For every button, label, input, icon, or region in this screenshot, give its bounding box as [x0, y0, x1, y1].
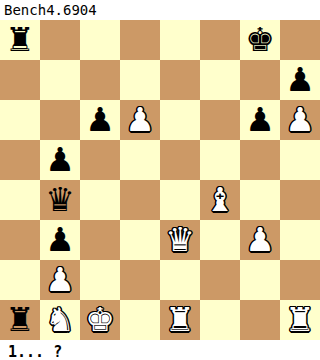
square-a7[interactable]	[0, 60, 40, 100]
piece-black-pawn: ♟	[45, 220, 75, 260]
square-c8[interactable]	[80, 20, 120, 60]
piece-white-bishop: ♝	[205, 180, 235, 220]
square-f3[interactable]	[200, 220, 240, 260]
square-a2[interactable]	[0, 260, 40, 300]
square-e3[interactable]: ♛	[160, 220, 200, 260]
square-h7[interactable]: ♟	[280, 60, 320, 100]
square-b2[interactable]: ♟	[40, 260, 80, 300]
square-c7[interactable]	[80, 60, 120, 100]
square-b5[interactable]: ♟	[40, 140, 80, 180]
square-a6[interactable]	[0, 100, 40, 140]
piece-black-rook: ♜	[5, 300, 35, 340]
square-g7[interactable]	[240, 60, 280, 100]
square-a8[interactable]: ♜	[0, 20, 40, 60]
square-g8[interactable]: ♚	[240, 20, 280, 60]
square-a1[interactable]: ♜	[0, 300, 40, 340]
square-e4[interactable]	[160, 180, 200, 220]
square-d8[interactable]	[120, 20, 160, 60]
piece-white-rook: ♜	[285, 300, 315, 340]
square-c6[interactable]: ♟	[80, 100, 120, 140]
square-e5[interactable]	[160, 140, 200, 180]
piece-black-pawn: ♟	[45, 140, 75, 180]
piece-white-king: ♚	[85, 300, 115, 340]
square-g1[interactable]	[240, 300, 280, 340]
square-f1[interactable]	[200, 300, 240, 340]
square-g2[interactable]	[240, 260, 280, 300]
piece-black-queen: ♛	[45, 180, 75, 220]
move-prompt: 1... ?	[0, 340, 320, 360]
square-e7[interactable]	[160, 60, 200, 100]
square-b8[interactable]	[40, 20, 80, 60]
square-g4[interactable]	[240, 180, 280, 220]
square-f2[interactable]	[200, 260, 240, 300]
square-g3[interactable]: ♟	[240, 220, 280, 260]
square-b7[interactable]	[40, 60, 80, 100]
square-h5[interactable]	[280, 140, 320, 180]
square-d5[interactable]	[120, 140, 160, 180]
square-g6[interactable]: ♟	[240, 100, 280, 140]
square-f6[interactable]	[200, 100, 240, 140]
piece-black-pawn: ♟	[245, 100, 275, 140]
piece-white-pawn: ♟	[45, 260, 75, 300]
square-f7[interactable]	[200, 60, 240, 100]
square-f8[interactable]	[200, 20, 240, 60]
square-e8[interactable]	[160, 20, 200, 60]
square-d7[interactable]	[120, 60, 160, 100]
square-f5[interactable]	[200, 140, 240, 180]
piece-white-pawn: ♟	[285, 100, 315, 140]
square-f4[interactable]: ♝	[200, 180, 240, 220]
piece-black-king: ♚	[245, 20, 275, 60]
piece-white-queen: ♛	[165, 220, 195, 260]
square-h2[interactable]	[280, 260, 320, 300]
square-b6[interactable]	[40, 100, 80, 140]
square-d1[interactable]	[120, 300, 160, 340]
square-d6[interactable]: ♟	[120, 100, 160, 140]
square-h8[interactable]	[280, 20, 320, 60]
square-a3[interactable]	[0, 220, 40, 260]
square-c1[interactable]: ♚	[80, 300, 120, 340]
square-b4[interactable]: ♛	[40, 180, 80, 220]
piece-white-rook: ♜	[165, 300, 195, 340]
square-b1[interactable]: ♞	[40, 300, 80, 340]
piece-black-rook: ♜	[5, 20, 35, 60]
piece-white-pawn: ♟	[125, 100, 155, 140]
square-h6[interactable]: ♟	[280, 100, 320, 140]
position-title: Bench4.6904	[0, 0, 320, 20]
square-a5[interactable]	[0, 140, 40, 180]
square-c4[interactable]	[80, 180, 120, 220]
square-a4[interactable]	[0, 180, 40, 220]
square-e1[interactable]: ♜	[160, 300, 200, 340]
chess-app-window: Bench4.6904 ♜♚♟♟♟♟♟♟♛♝♟♛♟♟♜♞♚♜♜ 1... ?	[0, 0, 320, 360]
piece-black-pawn: ♟	[85, 100, 115, 140]
piece-black-pawn: ♟	[285, 60, 315, 100]
square-d2[interactable]	[120, 260, 160, 300]
chess-board: ♜♚♟♟♟♟♟♟♛♝♟♛♟♟♜♞♚♜♜	[0, 20, 320, 340]
square-c5[interactable]	[80, 140, 120, 180]
square-c3[interactable]	[80, 220, 120, 260]
square-h1[interactable]: ♜	[280, 300, 320, 340]
square-g5[interactable]	[240, 140, 280, 180]
square-e2[interactable]	[160, 260, 200, 300]
square-h4[interactable]	[280, 180, 320, 220]
piece-white-knight: ♞	[45, 300, 75, 340]
square-d4[interactable]	[120, 180, 160, 220]
square-c2[interactable]	[80, 260, 120, 300]
square-h3[interactable]	[280, 220, 320, 260]
square-d3[interactable]	[120, 220, 160, 260]
square-b3[interactable]: ♟	[40, 220, 80, 260]
piece-white-pawn: ♟	[245, 220, 275, 260]
square-e6[interactable]	[160, 100, 200, 140]
